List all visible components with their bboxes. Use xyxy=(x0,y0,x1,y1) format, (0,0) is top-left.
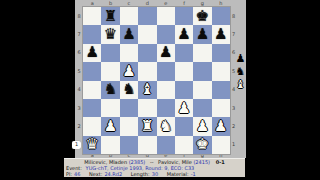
square-e1[interactable] xyxy=(157,136,175,154)
rank-right-label-1: 1 xyxy=(230,136,237,154)
square-d7[interactable] xyxy=(138,25,156,43)
white-bishop-icon: ♝ xyxy=(236,78,246,91)
file-top-label-c: c xyxy=(120,0,138,6)
square-b1[interactable] xyxy=(101,136,119,154)
square-g1[interactable]: ♚ xyxy=(193,136,211,154)
file-top-label-b: b xyxy=(101,0,119,6)
square-e8[interactable] xyxy=(157,7,175,25)
rank1-marker: 1 xyxy=(72,141,81,149)
next-move-label: Next: xyxy=(89,171,102,177)
square-e5[interactable] xyxy=(157,62,175,80)
file-top-label-h: h xyxy=(212,0,230,6)
piece-white-pawn-f3[interactable]: ♟ xyxy=(177,100,190,115)
square-b7[interactable]: ♛ xyxy=(101,25,119,43)
piece-black-king-g8[interactable]: ♚ xyxy=(196,8,209,23)
piece-black-pawn-f7[interactable]: ♟ xyxy=(177,27,190,42)
rank-left-label-7: 7 xyxy=(75,25,83,43)
black-player-elo: (2415) xyxy=(193,159,210,165)
square-b2[interactable]: ♟ xyxy=(101,117,119,135)
square-c1[interactable] xyxy=(120,136,138,154)
square-a1[interactable]: ♛ xyxy=(83,136,101,154)
square-c7[interactable]: ♟ xyxy=(120,25,138,43)
length-value: 30 xyxy=(152,171,158,177)
square-g2[interactable]: ♟ xyxy=(193,117,211,135)
rank-right-label-7: 7 xyxy=(230,25,237,43)
square-a8[interactable] xyxy=(83,7,101,25)
square-h7[interactable]: ♟ xyxy=(212,25,230,43)
square-g4[interactable] xyxy=(193,81,211,99)
ply-value: 46 xyxy=(74,171,80,177)
square-g5[interactable] xyxy=(193,62,211,80)
square-g3[interactable] xyxy=(193,99,211,117)
piece-black-pawn-c7[interactable]: ♟ xyxy=(122,27,135,42)
square-a5[interactable] xyxy=(83,62,101,80)
ply-label: Pl: xyxy=(66,171,72,177)
rank-right-label-2: 2 xyxy=(230,117,237,135)
piece-black-pawn-h7[interactable]: ♟ xyxy=(214,27,227,42)
piece-black-pawn-a6[interactable]: ♟ xyxy=(85,45,98,60)
square-d4[interactable]: ♝ xyxy=(138,81,156,99)
rank-left-label-5: 5 xyxy=(75,62,83,80)
piece-white-pawn-g2[interactable]: ♟ xyxy=(196,118,209,133)
square-d1[interactable] xyxy=(138,136,156,154)
piece-white-king-g1[interactable]: ♚ xyxy=(196,137,209,152)
next-move-value: 24.Rd2 xyxy=(104,171,122,177)
rank-left-label-4: 4 xyxy=(75,81,83,99)
square-d2[interactable]: ♜ xyxy=(138,117,156,135)
square-h5[interactable] xyxy=(212,62,230,80)
piece-black-queen-b7[interactable]: ♛ xyxy=(104,27,117,42)
game-info-panel: Milicevic, Mladen (2385) -- Pavlovic, Mi… xyxy=(64,158,245,177)
square-a2[interactable] xyxy=(83,117,101,135)
square-g7[interactable]: ♟ xyxy=(193,25,211,43)
square-a4[interactable] xyxy=(83,81,101,99)
file-labels-top: abcdefgh xyxy=(83,0,230,6)
square-b3[interactable] xyxy=(101,99,119,117)
square-f2[interactable] xyxy=(175,117,193,135)
square-b4[interactable]: ♞ xyxy=(101,81,119,99)
square-a7[interactable] xyxy=(83,25,101,43)
file-top-label-e: e xyxy=(157,0,175,6)
game-result: 0-1 xyxy=(216,159,225,165)
square-e6[interactable]: ♟ xyxy=(157,44,175,62)
square-d3[interactable] xyxy=(138,99,156,117)
rank-left-label-3: 3 xyxy=(75,99,83,117)
piece-white-queen-a1[interactable]: ♛ xyxy=(85,137,98,152)
piece-white-pawn-b2[interactable]: ♟ xyxy=(104,118,117,133)
square-a3[interactable] xyxy=(83,99,101,117)
rank-right-label-3: 3 xyxy=(230,99,237,117)
piece-white-knight-e2[interactable]: ♞ xyxy=(159,118,172,133)
chess-board[interactable]: ♜♚♛♟♟♟♟♟♟♟♞♞♝♟♟♜♞♟♟♛♚ xyxy=(83,7,230,154)
square-f1[interactable] xyxy=(175,136,193,154)
material-value: -1 xyxy=(191,171,196,177)
piece-black-knight-c4[interactable]: ♞ xyxy=(122,82,135,97)
square-f8[interactable] xyxy=(175,7,193,25)
square-b8[interactable]: ♜ xyxy=(101,7,119,25)
square-f4[interactable] xyxy=(175,81,193,99)
rank-right-label-8: 8 xyxy=(230,7,237,25)
file-top-label-g: g xyxy=(193,0,211,6)
piece-black-pawn-g7[interactable]: ♟ xyxy=(196,27,209,42)
square-c2[interactable] xyxy=(120,117,138,135)
square-h2[interactable]: ♟ xyxy=(212,117,230,135)
square-b6[interactable] xyxy=(101,44,119,62)
square-h1[interactable] xyxy=(212,136,230,154)
square-f3[interactable]: ♟ xyxy=(175,99,193,117)
file-top-label-f: f xyxy=(175,0,193,6)
square-e2[interactable]: ♞ xyxy=(157,117,175,135)
square-f6[interactable] xyxy=(175,44,193,62)
rank-left-label-2: 2 xyxy=(75,117,83,135)
piece-white-bishop-d4[interactable]: ♝ xyxy=(141,82,154,97)
file-top-label-a: a xyxy=(83,0,101,6)
square-g6[interactable] xyxy=(193,44,211,62)
square-e4[interactable] xyxy=(157,81,175,99)
square-h4[interactable] xyxy=(212,81,230,99)
square-f7[interactable]: ♟ xyxy=(175,25,193,43)
rank-labels-left: 87654321 xyxy=(75,7,83,154)
file-top-label-d: d xyxy=(138,0,156,6)
square-d5[interactable] xyxy=(138,62,156,80)
black-knight-icon: ♞ xyxy=(236,65,246,78)
square-f5[interactable] xyxy=(175,62,193,80)
piece-black-rook-b8[interactable]: ♜ xyxy=(104,8,117,23)
material-tray: ♟ ♞ ♝ xyxy=(234,52,247,91)
square-h6[interactable] xyxy=(212,44,230,62)
square-h8[interactable] xyxy=(212,7,230,25)
square-h3[interactable] xyxy=(212,99,230,117)
square-d8[interactable] xyxy=(138,7,156,25)
rank-left-label-8: 8 xyxy=(75,7,83,25)
status-line: Pl:46 Next:24.Rd2 Length:30 Material:-1 xyxy=(64,171,245,177)
square-c5[interactable]: ♟ xyxy=(120,62,138,80)
square-g8[interactable]: ♚ xyxy=(193,7,211,25)
piece-black-knight-b4[interactable]: ♞ xyxy=(104,82,117,97)
piece-black-pawn-e6[interactable]: ♟ xyxy=(159,45,172,60)
square-c6[interactable] xyxy=(120,44,138,62)
square-c3[interactable] xyxy=(120,99,138,117)
square-e3[interactable] xyxy=(157,99,175,117)
square-d6[interactable] xyxy=(138,44,156,62)
length-label: Length: xyxy=(131,171,150,177)
rank-left-label-6: 6 xyxy=(75,44,83,62)
piece-white-pawn-h2[interactable]: ♟ xyxy=(214,118,227,133)
piece-white-pawn-c5[interactable]: ♟ xyxy=(122,63,135,78)
piece-white-rook-d2[interactable]: ♜ xyxy=(141,118,154,133)
square-c8[interactable] xyxy=(120,7,138,25)
square-e7[interactable] xyxy=(157,25,175,43)
material-label: Material: xyxy=(167,171,189,177)
square-c4[interactable]: ♞ xyxy=(120,81,138,99)
square-b5[interactable] xyxy=(101,62,119,80)
square-a6[interactable]: ♟ xyxy=(83,44,101,62)
black-pawn-icon: ♟ xyxy=(236,52,246,65)
